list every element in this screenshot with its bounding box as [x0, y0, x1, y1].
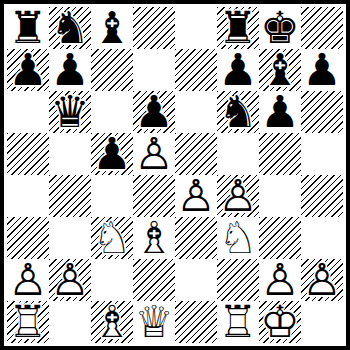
square-f7: ♟♟	[217, 49, 259, 91]
square-h1	[301, 301, 343, 343]
piece-halo: ♞	[217, 217, 259, 259]
square-d5: ♟♙	[133, 133, 175, 175]
black-bishop-icon: ♝	[259, 49, 301, 91]
square-f2	[217, 259, 259, 301]
black-knight-icon: ♞	[217, 91, 259, 133]
square-f1: ♜♖	[217, 301, 259, 343]
square-b2: ♟♙	[49, 259, 91, 301]
square-g6: ♟♟	[259, 91, 301, 133]
square-e8	[175, 7, 217, 49]
square-b7: ♟♟	[49, 49, 91, 91]
square-a1: ♜♖	[7, 301, 49, 343]
white-king-icon: ♔	[259, 301, 301, 343]
square-d8	[133, 7, 175, 49]
white-pawn-icon: ♙	[301, 259, 343, 301]
piece-halo: ♝	[91, 7, 133, 49]
square-g8: ♚♚	[259, 7, 301, 49]
square-d4	[133, 175, 175, 217]
square-b8: ♞♞	[49, 7, 91, 49]
piece-halo: ♟	[217, 49, 259, 91]
square-b4	[49, 175, 91, 217]
square-e1	[175, 301, 217, 343]
square-f3: ♞♘	[217, 217, 259, 259]
black-queen-icon: ♛	[49, 91, 91, 133]
piece-halo: ♛	[49, 91, 91, 133]
square-d7	[133, 49, 175, 91]
piece-halo: ♟	[175, 175, 217, 217]
chess-board-frame: ♜♜♞♞♝♝♜♜♚♚♟♟♟♟♟♟♝♝♟♟♛♛♟♟♞♞♟♟♟♟♟♙♟♙♟♙♞♘♝♗…	[0, 0, 350, 350]
piece-halo: ♜	[7, 7, 49, 49]
square-f8: ♜♜	[217, 7, 259, 49]
square-a2: ♟♙	[7, 259, 49, 301]
square-d3: ♝♗	[133, 217, 175, 259]
square-e3	[175, 217, 217, 259]
piece-halo: ♟	[91, 133, 133, 175]
square-h8	[301, 7, 343, 49]
square-d1: ♛♕	[133, 301, 175, 343]
piece-halo: ♟	[259, 259, 301, 301]
square-a6	[7, 91, 49, 133]
square-h7: ♟♟	[301, 49, 343, 91]
square-g3	[259, 217, 301, 259]
square-e6	[175, 91, 217, 133]
white-pawn-icon: ♙	[217, 175, 259, 217]
piece-halo: ♟	[49, 259, 91, 301]
square-c3: ♞♘	[91, 217, 133, 259]
piece-halo: ♟	[217, 175, 259, 217]
square-f6: ♞♞	[217, 91, 259, 133]
piece-halo: ♜	[217, 7, 259, 49]
white-bishop-icon: ♗	[133, 217, 175, 259]
square-c7	[91, 49, 133, 91]
piece-halo: ♞	[217, 91, 259, 133]
square-b5	[49, 133, 91, 175]
black-pawn-icon: ♟	[7, 49, 49, 91]
square-e7	[175, 49, 217, 91]
square-e5	[175, 133, 217, 175]
white-pawn-icon: ♙	[259, 259, 301, 301]
white-pawn-icon: ♙	[175, 175, 217, 217]
piece-halo: ♟	[301, 259, 343, 301]
white-knight-icon: ♘	[217, 217, 259, 259]
square-c5: ♟♟	[91, 133, 133, 175]
chess-board: ♜♜♞♞♝♝♜♜♚♚♟♟♟♟♟♟♝♝♟♟♛♛♟♟♞♞♟♟♟♟♟♙♟♙♟♙♞♘♝♗…	[7, 7, 343, 343]
square-c1: ♝♗	[91, 301, 133, 343]
square-a5	[7, 133, 49, 175]
black-pawn-icon: ♟	[217, 49, 259, 91]
square-f5	[217, 133, 259, 175]
square-h4	[301, 175, 343, 217]
piece-halo: ♜	[7, 301, 49, 343]
square-a8: ♜♜	[7, 7, 49, 49]
black-king-icon: ♚	[259, 7, 301, 49]
piece-halo: ♟	[7, 49, 49, 91]
black-knight-icon: ♞	[49, 7, 91, 49]
white-pawn-icon: ♙	[133, 133, 175, 175]
square-g2: ♟♙	[259, 259, 301, 301]
square-e2	[175, 259, 217, 301]
piece-halo: ♚	[259, 7, 301, 49]
piece-halo: ♜	[217, 301, 259, 343]
piece-halo: ♚	[259, 301, 301, 343]
white-rook-icon: ♖	[7, 301, 49, 343]
white-pawn-icon: ♙	[49, 259, 91, 301]
piece-halo: ♝	[91, 301, 133, 343]
square-h3	[301, 217, 343, 259]
square-c8: ♝♝	[91, 7, 133, 49]
white-queen-icon: ♕	[133, 301, 175, 343]
piece-halo: ♟	[133, 91, 175, 133]
piece-halo: ♝	[133, 217, 175, 259]
black-bishop-icon: ♝	[91, 7, 133, 49]
white-pawn-icon: ♙	[7, 259, 49, 301]
piece-halo: ♟	[7, 259, 49, 301]
square-c2	[91, 259, 133, 301]
white-rook-icon: ♖	[217, 301, 259, 343]
square-g7: ♝♝	[259, 49, 301, 91]
white-bishop-icon: ♗	[91, 301, 133, 343]
square-f4: ♟♙	[217, 175, 259, 217]
square-d6: ♟♟	[133, 91, 175, 133]
square-b1	[49, 301, 91, 343]
piece-halo: ♛	[133, 301, 175, 343]
square-g1: ♚♔	[259, 301, 301, 343]
square-c6	[91, 91, 133, 133]
black-pawn-icon: ♟	[259, 91, 301, 133]
piece-halo: ♝	[259, 49, 301, 91]
square-a4	[7, 175, 49, 217]
square-d2	[133, 259, 175, 301]
black-pawn-icon: ♟	[49, 49, 91, 91]
black-rook-icon: ♜	[217, 7, 259, 49]
white-knight-icon: ♘	[91, 217, 133, 259]
piece-halo: ♟	[49, 49, 91, 91]
piece-halo: ♞	[49, 7, 91, 49]
square-h5	[301, 133, 343, 175]
black-rook-icon: ♜	[7, 7, 49, 49]
square-b3	[49, 217, 91, 259]
piece-halo: ♟	[259, 91, 301, 133]
black-pawn-icon: ♟	[91, 133, 133, 175]
square-e4: ♟♙	[175, 175, 217, 217]
black-pawn-icon: ♟	[133, 91, 175, 133]
piece-halo: ♟	[301, 49, 343, 91]
square-c4	[91, 175, 133, 217]
square-h2: ♟♙	[301, 259, 343, 301]
piece-halo: ♞	[91, 217, 133, 259]
square-a7: ♟♟	[7, 49, 49, 91]
square-g4	[259, 175, 301, 217]
black-pawn-icon: ♟	[301, 49, 343, 91]
square-g5	[259, 133, 301, 175]
square-b6: ♛♛	[49, 91, 91, 133]
piece-halo: ♟	[133, 133, 175, 175]
square-a3	[7, 217, 49, 259]
square-h6	[301, 91, 343, 133]
